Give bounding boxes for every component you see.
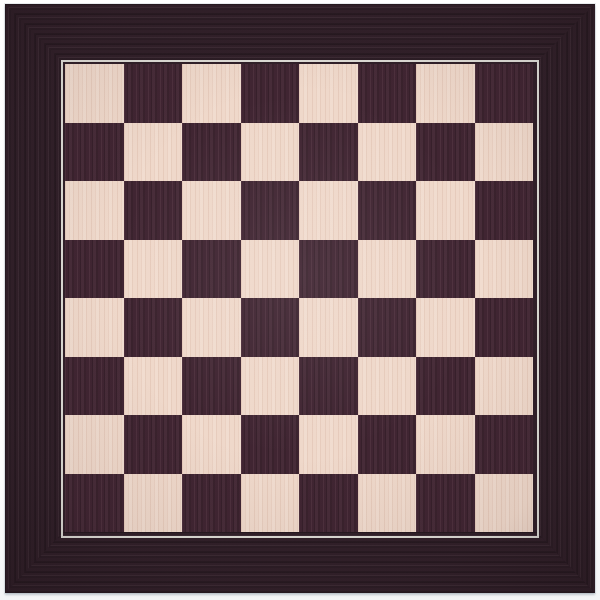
square-g3[interactable] bbox=[416, 357, 475, 416]
square-d4[interactable] bbox=[241, 298, 300, 357]
square-g8[interactable] bbox=[416, 64, 475, 123]
square-a7[interactable] bbox=[65, 123, 124, 182]
square-g4[interactable] bbox=[416, 298, 475, 357]
square-d8[interactable] bbox=[241, 64, 300, 123]
square-h8[interactable] bbox=[475, 64, 534, 123]
square-g1[interactable] bbox=[416, 474, 475, 533]
square-a5[interactable] bbox=[65, 240, 124, 299]
square-e6[interactable] bbox=[299, 181, 358, 240]
square-c1[interactable] bbox=[182, 474, 241, 533]
square-c4[interactable] bbox=[182, 298, 241, 357]
square-d5[interactable] bbox=[241, 240, 300, 299]
square-b5[interactable] bbox=[124, 240, 183, 299]
square-d7[interactable] bbox=[241, 123, 300, 182]
square-a8[interactable] bbox=[65, 64, 124, 123]
frame-bottom-rail bbox=[5, 532, 595, 593]
frame-right-rail bbox=[537, 4, 595, 593]
square-h4[interactable] bbox=[475, 298, 534, 357]
square-a2[interactable] bbox=[65, 415, 124, 474]
square-c2[interactable] bbox=[182, 415, 241, 474]
product-photo-background bbox=[0, 0, 600, 600]
square-b6[interactable] bbox=[124, 181, 183, 240]
frame-top-rail bbox=[5, 4, 595, 62]
square-g7[interactable] bbox=[416, 123, 475, 182]
square-f3[interactable] bbox=[358, 357, 417, 416]
square-d6[interactable] bbox=[241, 181, 300, 240]
square-g6[interactable] bbox=[416, 181, 475, 240]
square-h5[interactable] bbox=[475, 240, 534, 299]
square-b1[interactable] bbox=[124, 474, 183, 533]
square-f7[interactable] bbox=[358, 123, 417, 182]
square-g5[interactable] bbox=[416, 240, 475, 299]
square-f8[interactable] bbox=[358, 64, 417, 123]
square-c3[interactable] bbox=[182, 357, 241, 416]
square-e5[interactable] bbox=[299, 240, 358, 299]
square-c8[interactable] bbox=[182, 64, 241, 123]
square-b4[interactable] bbox=[124, 298, 183, 357]
square-a6[interactable] bbox=[65, 181, 124, 240]
square-b7[interactable] bbox=[124, 123, 183, 182]
square-b3[interactable] bbox=[124, 357, 183, 416]
frame-left-rail bbox=[5, 4, 63, 593]
square-c7[interactable] bbox=[182, 123, 241, 182]
square-h6[interactable] bbox=[475, 181, 534, 240]
square-e8[interactable] bbox=[299, 64, 358, 123]
square-a4[interactable] bbox=[65, 298, 124, 357]
square-f5[interactable] bbox=[358, 240, 417, 299]
square-h3[interactable] bbox=[475, 357, 534, 416]
square-e1[interactable] bbox=[299, 474, 358, 533]
square-f2[interactable] bbox=[358, 415, 417, 474]
square-d3[interactable] bbox=[241, 357, 300, 416]
square-h2[interactable] bbox=[475, 415, 534, 474]
square-d1[interactable] bbox=[241, 474, 300, 533]
square-f6[interactable] bbox=[358, 181, 417, 240]
square-a3[interactable] bbox=[65, 357, 124, 416]
square-f4[interactable] bbox=[358, 298, 417, 357]
chess-board-grid bbox=[65, 64, 533, 532]
square-d2[interactable] bbox=[241, 415, 300, 474]
square-e7[interactable] bbox=[299, 123, 358, 182]
square-h7[interactable] bbox=[475, 123, 534, 182]
chessboard bbox=[5, 4, 595, 593]
square-e4[interactable] bbox=[299, 298, 358, 357]
square-c6[interactable] bbox=[182, 181, 241, 240]
square-c5[interactable] bbox=[182, 240, 241, 299]
square-b8[interactable] bbox=[124, 64, 183, 123]
square-g2[interactable] bbox=[416, 415, 475, 474]
square-a1[interactable] bbox=[65, 474, 124, 533]
square-b2[interactable] bbox=[124, 415, 183, 474]
square-h1[interactable] bbox=[475, 474, 534, 533]
square-e3[interactable] bbox=[299, 357, 358, 416]
square-e2[interactable] bbox=[299, 415, 358, 474]
square-f1[interactable] bbox=[358, 474, 417, 533]
